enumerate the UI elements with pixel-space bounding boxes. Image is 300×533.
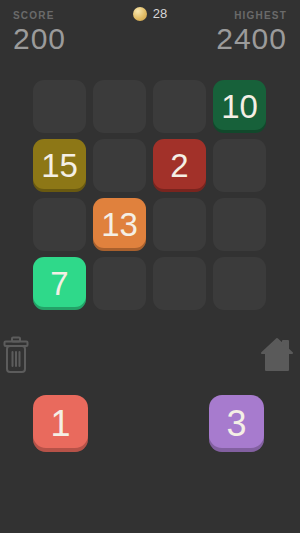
board-cell-r0c3[interactable]: 10 bbox=[213, 80, 266, 133]
board-cell-r3c1[interactable] bbox=[93, 257, 146, 310]
trash-button[interactable] bbox=[3, 336, 29, 374]
board-cell-r2c0[interactable] bbox=[33, 198, 86, 251]
highest-block: HIGHEST 2400 bbox=[216, 10, 287, 55]
board-cell-r2c3[interactable] bbox=[213, 198, 266, 251]
game-screen: SCORE 200 28 HIGHEST 2400 10 15 2 13 7 bbox=[0, 0, 300, 533]
board-cell-r3c2[interactable] bbox=[153, 257, 206, 310]
board-cell-r0c0[interactable] bbox=[33, 80, 86, 133]
board-grid: 10 15 2 13 7 bbox=[33, 80, 266, 310]
queue-tile-left[interactable]: 1 bbox=[33, 395, 88, 452]
home-icon bbox=[258, 336, 296, 373]
coin-count: 28 bbox=[153, 6, 167, 21]
home-button[interactable] bbox=[258, 336, 296, 373]
coin-icon bbox=[133, 7, 147, 21]
board-cell-r2c1[interactable]: 13 bbox=[93, 198, 146, 251]
board-cell-r1c0[interactable]: 15 bbox=[33, 139, 86, 192]
board-cell-r3c3[interactable] bbox=[213, 257, 266, 310]
board-cell-r3c0[interactable]: 7 bbox=[33, 257, 86, 310]
board-cell-r1c1[interactable] bbox=[93, 139, 146, 192]
board-cell-r0c1[interactable] bbox=[93, 80, 146, 133]
board-cell-r0c2[interactable] bbox=[153, 80, 206, 133]
highest-value: 2400 bbox=[216, 23, 287, 55]
board-cell-r1c2[interactable]: 2 bbox=[153, 139, 206, 192]
score-value: 200 bbox=[13, 23, 66, 55]
queue-tile-right[interactable]: 3 bbox=[209, 395, 264, 452]
board-cell-r1c3[interactable] bbox=[213, 139, 266, 192]
highest-label: HIGHEST bbox=[216, 10, 287, 21]
trash-icon bbox=[3, 336, 29, 374]
board-cell-r2c2[interactable] bbox=[153, 198, 206, 251]
